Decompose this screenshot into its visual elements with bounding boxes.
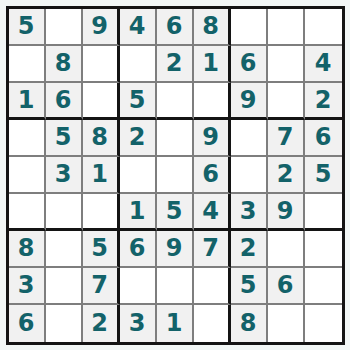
cell-r4c8[interactable]: 7 [268, 120, 305, 157]
cell-r8c3[interactable]: 7 [83, 268, 120, 305]
cell-r9c2[interactable] [46, 305, 83, 342]
cell-r5c3[interactable]: 1 [83, 157, 120, 194]
sudoku-board: 5946882164165925829763162515439856972375… [6, 6, 345, 345]
cell-r8c6[interactable] [194, 268, 231, 305]
cell-r4c9[interactable]: 6 [305, 120, 342, 157]
cell-r8c1[interactable]: 3 [9, 268, 46, 305]
cell-r1c4[interactable]: 4 [120, 9, 157, 46]
cell-r9c6[interactable] [194, 305, 231, 342]
cell-r2c2[interactable]: 8 [46, 46, 83, 83]
cell-r2c4[interactable] [120, 46, 157, 83]
cell-r6c9[interactable] [305, 194, 342, 231]
cell-r5c5[interactable] [157, 157, 194, 194]
cell-r9c5[interactable]: 1 [157, 305, 194, 342]
cell-r7c8[interactable] [268, 231, 305, 268]
cell-r9c3[interactable]: 2 [83, 305, 120, 342]
cell-r6c6[interactable]: 4 [194, 194, 231, 231]
cell-r8c4[interactable] [120, 268, 157, 305]
cell-r1c2[interactable] [46, 9, 83, 46]
cell-r6c7[interactable]: 3 [231, 194, 268, 231]
cell-r1c8[interactable] [268, 9, 305, 46]
cell-r5c6[interactable]: 6 [194, 157, 231, 194]
cell-r1c9[interactable] [305, 9, 342, 46]
cell-r1c7[interactable] [231, 9, 268, 46]
cell-r3c4[interactable]: 5 [120, 83, 157, 120]
cell-r1c6[interactable]: 8 [194, 9, 231, 46]
cell-r2c6[interactable]: 1 [194, 46, 231, 83]
cell-r9c7[interactable]: 8 [231, 305, 268, 342]
cell-r9c1[interactable]: 6 [9, 305, 46, 342]
cell-r9c8[interactable] [268, 305, 305, 342]
cell-r7c6[interactable]: 7 [194, 231, 231, 268]
cell-r3c5[interactable] [157, 83, 194, 120]
cell-r4c7[interactable] [231, 120, 268, 157]
cell-r8c2[interactable] [46, 268, 83, 305]
cell-r3c3[interactable] [83, 83, 120, 120]
cell-r2c5[interactable]: 2 [157, 46, 194, 83]
cell-r5c8[interactable]: 2 [268, 157, 305, 194]
cell-r4c3[interactable]: 8 [83, 120, 120, 157]
cell-r4c1[interactable] [9, 120, 46, 157]
cell-r3c6[interactable] [194, 83, 231, 120]
cell-r5c9[interactable]: 5 [305, 157, 342, 194]
cell-r6c4[interactable]: 1 [120, 194, 157, 231]
cell-r7c1[interactable]: 8 [9, 231, 46, 268]
cell-r7c3[interactable]: 5 [83, 231, 120, 268]
cell-r2c3[interactable] [83, 46, 120, 83]
cell-r4c2[interactable]: 5 [46, 120, 83, 157]
cell-r7c9[interactable] [305, 231, 342, 268]
cell-r6c5[interactable]: 5 [157, 194, 194, 231]
cell-r6c8[interactable]: 9 [268, 194, 305, 231]
cell-r3c2[interactable]: 6 [46, 83, 83, 120]
cell-r5c7[interactable] [231, 157, 268, 194]
cell-r4c4[interactable]: 2 [120, 120, 157, 157]
cell-r8c8[interactable]: 6 [268, 268, 305, 305]
cell-r2c9[interactable]: 4 [305, 46, 342, 83]
cell-r1c3[interactable]: 9 [83, 9, 120, 46]
cell-r1c1[interactable]: 5 [9, 9, 46, 46]
cell-r9c4[interactable]: 3 [120, 305, 157, 342]
cell-r5c4[interactable] [120, 157, 157, 194]
cell-r6c3[interactable] [83, 194, 120, 231]
cell-r7c5[interactable]: 9 [157, 231, 194, 268]
cell-r3c7[interactable]: 9 [231, 83, 268, 120]
cell-r4c5[interactable] [157, 120, 194, 157]
cell-r8c7[interactable]: 5 [231, 268, 268, 305]
cell-r2c1[interactable] [9, 46, 46, 83]
cell-r8c5[interactable] [157, 268, 194, 305]
cell-r2c7[interactable]: 6 [231, 46, 268, 83]
cell-r3c1[interactable]: 1 [9, 83, 46, 120]
cell-r8c9[interactable] [305, 268, 342, 305]
cell-r3c8[interactable] [268, 83, 305, 120]
cell-r6c2[interactable] [46, 194, 83, 231]
cell-r3c9[interactable]: 2 [305, 83, 342, 120]
cell-r9c9[interactable] [305, 305, 342, 342]
cell-r1c5[interactable]: 6 [157, 9, 194, 46]
cell-r2c8[interactable] [268, 46, 305, 83]
cell-r5c1[interactable] [9, 157, 46, 194]
cell-r7c4[interactable]: 6 [120, 231, 157, 268]
cell-r6c1[interactable] [9, 194, 46, 231]
cell-r5c2[interactable]: 3 [46, 157, 83, 194]
cell-r7c2[interactable] [46, 231, 83, 268]
cell-r4c6[interactable]: 9 [194, 120, 231, 157]
cell-r7c7[interactable]: 2 [231, 231, 268, 268]
